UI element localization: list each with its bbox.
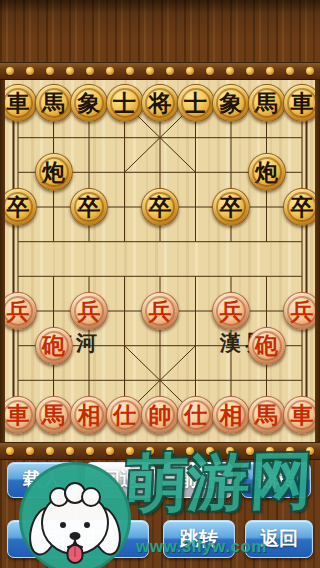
stud-icon: [106, 447, 114, 455]
xiangqi-app-screen: 楚河 漢界 車馬象士将士象馬車炮炮卒卒卒卒卒兵兵兵兵兵砲砲車馬相仕帥仕相馬車 载…: [0, 0, 320, 568]
piece-black-soldier[interactable]: 卒: [0, 188, 37, 226]
stud-icon: [166, 67, 174, 75]
piece-black-elephant[interactable]: 象: [212, 84, 250, 122]
stud-icon: [26, 67, 34, 75]
stud-icon: [246, 67, 254, 75]
stud-icon: [206, 67, 214, 75]
xiangqi-board[interactable]: 楚河 漢界 車馬象士将士象馬車炮炮卒卒卒卒卒兵兵兵兵兵砲砲車馬相仕帥仕相馬車: [0, 80, 320, 442]
stud-icon: [6, 447, 14, 455]
piece-black-soldier[interactable]: 卒: [212, 188, 250, 226]
piece-red-soldier[interactable]: 兵: [141, 292, 179, 330]
piece-black-cannon[interactable]: 炮: [35, 153, 73, 191]
piece-red-horse[interactable]: 馬: [35, 396, 73, 434]
stud-icon: [306, 67, 314, 75]
stud-icon: [226, 67, 234, 75]
board-grid: [0, 80, 320, 442]
piece-red-advisor[interactable]: 仕: [177, 396, 215, 434]
piece-red-soldier[interactable]: 兵: [212, 292, 250, 330]
piece-red-general[interactable]: 帥: [141, 396, 179, 434]
watermark-site-name: 萌游网: [124, 446, 320, 518]
piece-black-chariot[interactable]: 車: [0, 84, 37, 122]
piece-red-chariot[interactable]: 車: [0, 396, 37, 434]
piece-black-soldier[interactable]: 卒: [141, 188, 179, 226]
piece-red-elephant[interactable]: 相: [70, 396, 108, 434]
stud-icon: [26, 447, 34, 455]
stud-icon: [106, 67, 114, 75]
piece-red-horse[interactable]: 馬: [248, 396, 286, 434]
stud-icon: [86, 67, 94, 75]
stud-icon: [146, 67, 154, 75]
stud-icon: [86, 447, 94, 455]
piece-black-elephant[interactable]: 象: [70, 84, 108, 122]
stud-icon: [46, 447, 54, 455]
stud-icon: [126, 67, 134, 75]
board-edge-left: [0, 80, 5, 442]
piece-red-soldier[interactable]: 兵: [70, 292, 108, 330]
piece-red-cannon[interactable]: 砲: [248, 327, 286, 365]
stud-icon: [286, 67, 294, 75]
stud-icon: [186, 67, 194, 75]
piece-black-advisor[interactable]: 士: [106, 84, 144, 122]
stud-icon: [66, 447, 74, 455]
board-frame-top: [0, 62, 320, 80]
piece-red-soldier[interactable]: 兵: [0, 292, 37, 330]
dog-mascot-icon: [22, 465, 128, 568]
piece-red-elephant[interactable]: 相: [212, 396, 250, 434]
stud-icon: [6, 67, 14, 75]
piece-black-horse[interactable]: 馬: [248, 84, 286, 122]
piece-black-horse[interactable]: 馬: [35, 84, 73, 122]
piece-black-cannon[interactable]: 炮: [248, 153, 286, 191]
piece-black-advisor[interactable]: 士: [177, 84, 215, 122]
board-edge-right: [315, 80, 320, 442]
dog-mascot-badge: [19, 462, 131, 568]
piece-black-general[interactable]: 将: [141, 84, 179, 122]
stud-icon: [266, 67, 274, 75]
stud-icon: [46, 67, 54, 75]
piece-red-advisor[interactable]: 仕: [106, 396, 144, 434]
piece-black-soldier[interactable]: 卒: [70, 188, 108, 226]
piece-red-cannon[interactable]: 砲: [35, 327, 73, 365]
stud-icon: [66, 67, 74, 75]
watermark-site-url: www.3llyw.com: [136, 537, 267, 557]
